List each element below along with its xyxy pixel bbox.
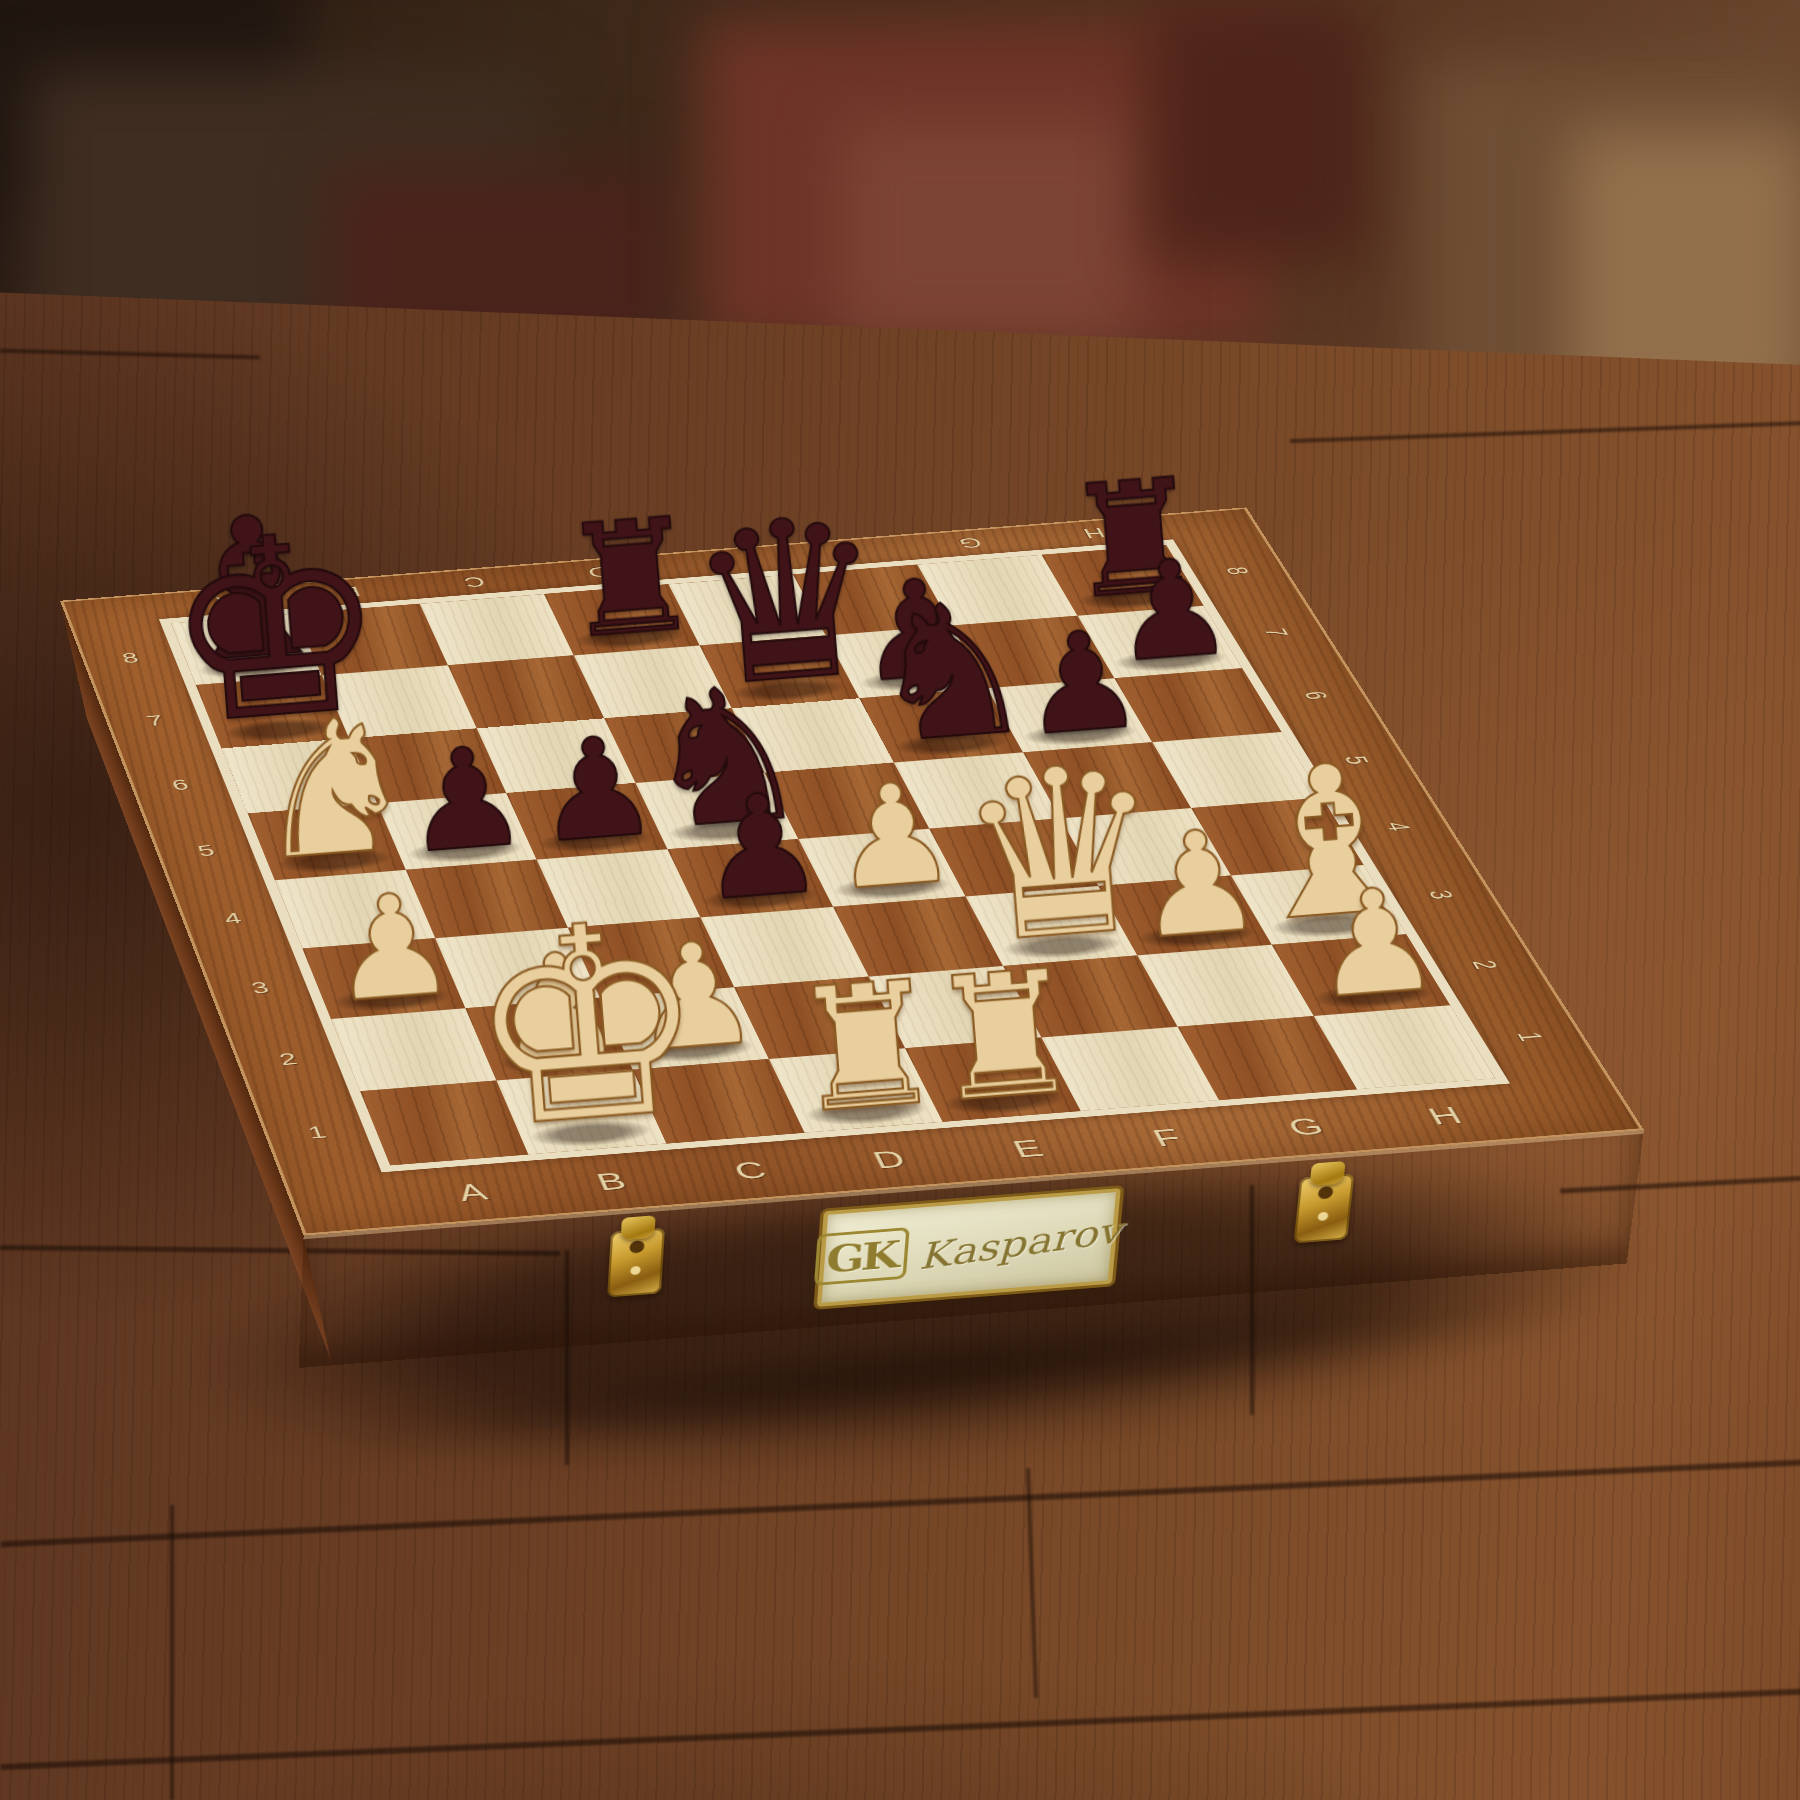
square-b1[interactable]: ♚ — [496, 1070, 666, 1155]
scene: ABCDEFGH ABCDEFGH 87654321 87654321 ♝♜♜♚… — [0, 0, 1800, 1800]
chess-box: ABCDEFGH ABCDEFGH 87654321 87654321 ♝♜♜♚… — [60, 507, 1644, 1235]
kasparov-signature: Kasparov — [919, 1209, 1122, 1277]
chess-board: ♝♜♜♚♛♟♟♞♟♞♟♟♞♟♟♟♛♟♝♟♟♟♚♜♜ — [171, 545, 1495, 1165]
square-h2[interactable]: ♟ — [1272, 934, 1450, 1016]
piece-white-pawn-h2[interactable]: ♟ — [1307, 873, 1445, 1014]
piece-white-knight-a5[interactable]: ♞ — [244, 697, 423, 880]
file-label-far-c: C — [406, 565, 541, 599]
piece-white-pawn-a3[interactable]: ♟ — [324, 878, 460, 1018]
brand-plaque: GK Kasparov — [817, 1188, 1121, 1307]
square-d8[interactable]: ♜ — [544, 584, 700, 655]
gk-monogram-logo: GK — [813, 1227, 910, 1286]
brass-clasp-right[interactable] — [1293, 1173, 1354, 1243]
piece-white-pawn-e4[interactable]: ♟ — [826, 767, 961, 905]
piece-white-king-b1[interactable]: ♚ — [459, 894, 716, 1156]
board-perspective-wrapper: ABCDEFGH ABCDEFGH 87654321 87654321 ♝♜♜♚… — [60, 507, 1337, 1751]
square-a3[interactable]: ♟ — [303, 938, 466, 1019]
brass-clasp-left[interactable] — [607, 1228, 665, 1298]
board-tilt-wrapper: ABCDEFGH ABCDEFGH 87654321 87654321 ♝♜♜♚… — [0, 0, 1800, 1800]
piece-black-pawn-d4[interactable]: ♟ — [694, 778, 829, 916]
piece-white-rook-e1[interactable]: ♜ — [923, 953, 1087, 1121]
